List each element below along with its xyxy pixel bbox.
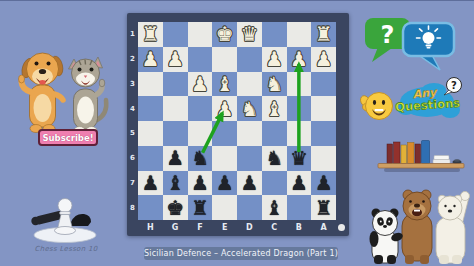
board-squares: ♜♚♛♜♟♟♟♟♟♟♝♞♟♞♝♟♞♞♛♟♝♟♟♟♟♟♚♜♝♜ [138, 22, 336, 220]
square-h4[interactable] [138, 96, 163, 121]
square-h3[interactable] [138, 72, 163, 97]
square-e7[interactable]: ♟ [212, 171, 237, 196]
piece-white-pawn: ♟ [290, 49, 308, 69]
caption-text: Sicilian Defence – Accelerated Dragon (P… [144, 249, 338, 258]
square-a1[interactable]: ♜ [311, 22, 336, 47]
square-d6[interactable] [237, 146, 262, 171]
chess-pieces-logo-icon [27, 192, 103, 244]
piece-white-bishop: ♝ [216, 74, 234, 94]
square-f7[interactable]: ♟ [188, 171, 213, 196]
square-h5[interactable] [138, 121, 163, 146]
square-a4[interactable] [311, 96, 336, 121]
rank-label: 1 [127, 22, 138, 47]
square-a8[interactable]: ♜ [311, 195, 336, 220]
square-b5[interactable] [287, 121, 312, 146]
piece-black-rook: ♜ [191, 198, 209, 218]
file-label: F [188, 220, 213, 235]
square-g1[interactable] [163, 22, 188, 47]
square-c3[interactable]: ♞ [262, 72, 287, 97]
square-e3[interactable]: ♝ [212, 72, 237, 97]
square-a7[interactable]: ♟ [311, 171, 336, 196]
square-a5[interactable] [311, 121, 336, 146]
square-h6[interactable] [138, 146, 163, 171]
piece-white-bishop: ♝ [265, 99, 283, 119]
side-to-move-indicator [338, 224, 345, 231]
video-frame: 12345678 ♜♚♛♜♟♟♟♟♟♟♝♞♟♞♝♟♞♞♛♟♝♟♟♟♟♟♚♜♝♜ … [0, 0, 474, 266]
square-f1[interactable] [188, 22, 213, 47]
question-and-idea-bubbles: ? [362, 14, 462, 76]
rank-label: 2 [127, 47, 138, 72]
piece-black-pawn: ♟ [191, 173, 209, 193]
piece-black-bishop: ♝ [166, 173, 184, 193]
square-g4[interactable] [163, 96, 188, 121]
square-c4[interactable]: ♝ [262, 96, 287, 121]
square-d5[interactable] [237, 121, 262, 146]
subscribe-button[interactable]: Subscribe! [38, 129, 98, 146]
square-e5[interactable] [212, 121, 237, 146]
piece-white-knight: ♞ [240, 99, 258, 119]
square-e2[interactable] [212, 47, 237, 72]
piece-white-pawn: ♟ [191, 74, 209, 94]
piece-black-king: ♚ [166, 198, 184, 218]
square-g8[interactable]: ♚ [163, 195, 188, 220]
rank-label: 6 [127, 146, 138, 171]
square-g7[interactable]: ♝ [163, 171, 188, 196]
rank-label: 7 [127, 171, 138, 196]
rank-label: 5 [127, 121, 138, 146]
bookshelf-icon [376, 137, 466, 175]
square-a6[interactable] [311, 146, 336, 171]
rank-label: 3 [127, 72, 138, 97]
square-h7[interactable]: ♟ [138, 171, 163, 196]
rank-label: 8 [127, 195, 138, 220]
piece-white-pawn: ♟ [166, 49, 184, 69]
piece-white-king: ♚ [216, 24, 234, 44]
square-b8[interactable] [287, 195, 312, 220]
question-mark: ? [381, 21, 395, 49]
piece-black-knight: ♞ [191, 148, 209, 168]
piece-black-knight: ♞ [265, 148, 283, 168]
subscribe-label: Subscribe! [42, 133, 93, 143]
thumbs-up-smiley-icon [358, 88, 394, 124]
square-e4[interactable]: ♟ [212, 96, 237, 121]
square-b1[interactable] [287, 22, 312, 47]
file-labels: HGFEDCBA [138, 220, 336, 235]
square-b2[interactable]: ♟ [287, 47, 312, 72]
square-g2[interactable]: ♟ [163, 47, 188, 72]
square-f3[interactable]: ♟ [188, 72, 213, 97]
three-bears-icon [366, 187, 470, 266]
square-g6[interactable]: ♟ [163, 146, 188, 171]
piece-black-pawn: ♟ [216, 173, 234, 193]
square-b4[interactable] [287, 96, 312, 121]
square-d8[interactable] [237, 195, 262, 220]
square-f5[interactable] [188, 121, 213, 146]
badge-question-mark: ? [451, 80, 457, 91]
square-c8[interactable]: ♝ [262, 195, 287, 220]
square-f6[interactable]: ♞ [188, 146, 213, 171]
piece-white-pawn: ♟ [216, 99, 234, 119]
piece-black-pawn: ♟ [141, 173, 159, 193]
file-label: D [237, 220, 262, 235]
square-e1[interactable]: ♚ [212, 22, 237, 47]
square-b6[interactable]: ♛ [287, 146, 312, 171]
square-d1[interactable]: ♛ [237, 22, 262, 47]
square-d4[interactable]: ♞ [237, 96, 262, 121]
square-h2[interactable]: ♟ [138, 47, 163, 72]
piece-black-pawn: ♟ [240, 173, 258, 193]
piece-white-pawn: ♟ [265, 49, 283, 69]
piece-black-pawn: ♟ [290, 173, 308, 193]
piece-black-queen: ♛ [290, 148, 308, 168]
file-label: C [262, 220, 287, 235]
chess-board: 12345678 ♜♚♛♜♟♟♟♟♟♟♝♞♟♞♝♟♞♞♛♟♝♟♟♟♟♟♚♜♝♜ … [127, 13, 349, 236]
lesson-number-label: Chess Lesson 10 [8, 245, 124, 253]
square-c6[interactable]: ♞ [262, 146, 287, 171]
square-f8[interactable]: ♜ [188, 195, 213, 220]
square-d2[interactable] [237, 47, 262, 72]
piece-black-bishop: ♝ [265, 198, 283, 218]
square-a2[interactable]: ♟ [311, 47, 336, 72]
square-c1[interactable] [262, 22, 287, 47]
square-b7[interactable]: ♟ [287, 171, 312, 196]
square-f2[interactable] [188, 47, 213, 72]
piece-white-pawn: ♟ [315, 49, 333, 69]
rank-label: 4 [127, 96, 138, 121]
square-h8[interactable] [138, 195, 163, 220]
piece-white-rook: ♜ [141, 24, 159, 44]
caption-bar: Sicilian Defence – Accelerated Dragon (P… [144, 247, 338, 260]
file-label: A [311, 220, 336, 235]
file-label: B [287, 220, 312, 235]
square-a3[interactable] [311, 72, 336, 97]
piece-white-knight: ♞ [265, 74, 283, 94]
piece-white-rook: ♜ [315, 24, 333, 44]
piece-white-queen: ♛ [240, 24, 258, 44]
piece-white-pawn: ♟ [141, 49, 159, 69]
file-label: E [212, 220, 237, 235]
square-g5[interactable] [163, 121, 188, 146]
square-c5[interactable] [262, 121, 287, 146]
square-f4[interactable] [188, 96, 213, 121]
square-d3[interactable] [237, 72, 262, 97]
square-g3[interactable] [163, 72, 188, 97]
square-b3[interactable] [287, 72, 312, 97]
rank-labels: 12345678 [127, 22, 138, 220]
square-h1[interactable]: ♜ [138, 22, 163, 47]
square-e6[interactable] [212, 146, 237, 171]
file-label: H [138, 220, 163, 235]
file-label: G [163, 220, 188, 235]
any-questions-badge: ? Any Questions [394, 77, 464, 123]
square-d7[interactable]: ♟ [237, 171, 262, 196]
square-e8[interactable] [212, 195, 237, 220]
piece-black-pawn: ♟ [315, 173, 333, 193]
piece-black-rook: ♜ [315, 198, 333, 218]
square-c2[interactable]: ♟ [262, 47, 287, 72]
square-c7[interactable] [262, 171, 287, 196]
piece-black-pawn: ♟ [166, 148, 184, 168]
